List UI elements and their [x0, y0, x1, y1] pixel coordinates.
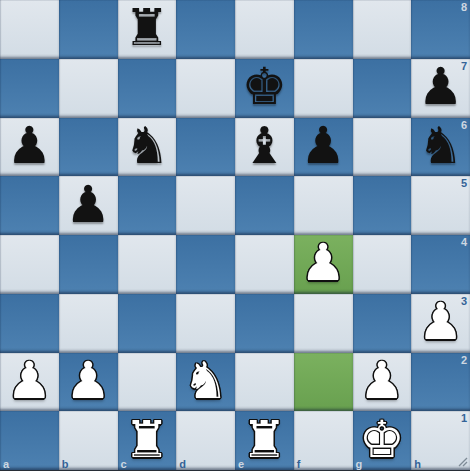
square-c4[interactable] [118, 235, 177, 294]
square-c8[interactable]: ♜ [118, 0, 177, 59]
square-e4[interactable] [235, 235, 294, 294]
square-g7[interactable] [353, 59, 412, 118]
square-e7[interactable]: ♚ [235, 59, 294, 118]
piece-white-king[interactable]: ♚ [359, 411, 405, 469]
square-h7[interactable]: ♟7 [411, 59, 470, 118]
square-f6[interactable]: ♟ [294, 118, 353, 177]
piece-black-rook[interactable]: ♜ [124, 0, 170, 57]
file-label-h: h [414, 458, 421, 470]
square-e1[interactable]: ♜e [235, 411, 294, 470]
file-label-f: f [297, 458, 301, 470]
square-h8[interactable]: 8 [411, 0, 470, 59]
piece-black-pawn[interactable]: ♟ [300, 117, 346, 175]
square-c2[interactable] [118, 353, 177, 412]
square-d7[interactable] [176, 59, 235, 118]
square-b2[interactable]: ♟ [59, 353, 118, 412]
piece-black-king[interactable]: ♚ [242, 58, 288, 116]
square-e2[interactable] [235, 353, 294, 412]
square-a6[interactable]: ♟ [0, 118, 59, 177]
file-label-d: d [179, 458, 186, 470]
square-a7[interactable] [0, 59, 59, 118]
square-c3[interactable] [118, 294, 177, 353]
square-e3[interactable] [235, 294, 294, 353]
square-e6[interactable]: ♝ [235, 118, 294, 177]
square-e8[interactable] [235, 0, 294, 59]
square-a1[interactable]: a [0, 411, 59, 470]
square-d6[interactable] [176, 118, 235, 177]
square-b7[interactable] [59, 59, 118, 118]
square-h2[interactable]: 2 [411, 353, 470, 412]
square-c7[interactable] [118, 59, 177, 118]
square-f3[interactable] [294, 294, 353, 353]
square-f5[interactable] [294, 176, 353, 235]
rank-label-5: 5 [461, 177, 467, 189]
square-g6[interactable] [353, 118, 412, 177]
square-f2[interactable] [294, 353, 353, 412]
piece-black-pawn[interactable]: ♟ [418, 58, 464, 116]
square-g5[interactable] [353, 176, 412, 235]
square-a5[interactable] [0, 176, 59, 235]
file-label-b: b [62, 458, 69, 470]
square-h4[interactable]: 4 [411, 235, 470, 294]
rank-label-4: 4 [461, 236, 467, 248]
square-d8[interactable] [176, 0, 235, 59]
square-b4[interactable] [59, 235, 118, 294]
square-d5[interactable] [176, 176, 235, 235]
square-d2[interactable]: ♞ [176, 353, 235, 412]
square-c6[interactable]: ♞ [118, 118, 177, 177]
square-d1[interactable]: d [176, 411, 235, 470]
square-b8[interactable] [59, 0, 118, 59]
square-h3[interactable]: ♟3 [411, 294, 470, 353]
piece-black-pawn[interactable]: ♟ [65, 176, 111, 234]
square-a4[interactable] [0, 235, 59, 294]
square-c1[interactable]: ♜c [118, 411, 177, 470]
square-f8[interactable] [294, 0, 353, 59]
square-f7[interactable] [294, 59, 353, 118]
piece-black-pawn[interactable]: ♟ [7, 117, 53, 175]
piece-white-rook[interactable]: ♜ [242, 411, 288, 469]
square-h6[interactable]: ♞6 [411, 118, 470, 177]
piece-black-bishop[interactable]: ♝ [242, 117, 288, 175]
square-h5[interactable]: 5 [411, 176, 470, 235]
square-g4[interactable] [353, 235, 412, 294]
square-g3[interactable] [353, 294, 412, 353]
piece-white-pawn[interactable]: ♟ [7, 352, 53, 410]
square-a2[interactable]: ♟ [0, 353, 59, 412]
piece-white-pawn[interactable]: ♟ [359, 352, 405, 410]
square-g1[interactable]: ♚g [353, 411, 412, 470]
square-f4[interactable]: ♟ [294, 235, 353, 294]
square-b1[interactable]: b [59, 411, 118, 470]
square-d4[interactable] [176, 235, 235, 294]
file-label-a: a [3, 458, 9, 470]
piece-black-knight[interactable]: ♞ [418, 117, 464, 175]
square-c5[interactable] [118, 176, 177, 235]
square-b5[interactable]: ♟ [59, 176, 118, 235]
rank-label-8: 8 [461, 1, 467, 13]
piece-black-knight[interactable]: ♞ [124, 117, 170, 175]
piece-white-pawn[interactable]: ♟ [65, 352, 111, 410]
piece-white-pawn[interactable]: ♟ [300, 234, 346, 292]
square-g2[interactable]: ♟ [353, 353, 412, 412]
square-h1[interactable]: h1 [411, 411, 470, 470]
chess-board: ♜8♚♟7♟♞♝♟♞6♟5♟4♟3♟♟♞♟2ab♜cd♜ef♚gh1 [0, 0, 470, 470]
square-e5[interactable] [235, 176, 294, 235]
piece-white-knight[interactable]: ♞ [183, 352, 229, 410]
piece-white-rook[interactable]: ♜ [124, 411, 170, 469]
square-b6[interactable] [59, 118, 118, 177]
square-g8[interactable] [353, 0, 412, 59]
square-d3[interactable] [176, 294, 235, 353]
square-a3[interactable] [0, 294, 59, 353]
rank-label-2: 2 [461, 354, 467, 366]
square-f1[interactable]: f [294, 411, 353, 470]
piece-white-pawn[interactable]: ♟ [418, 293, 464, 351]
square-a8[interactable] [0, 0, 59, 59]
square-b3[interactable] [59, 294, 118, 353]
rank-label-1: 1 [461, 412, 467, 424]
resize-handle-icon[interactable] [458, 457, 468, 467]
